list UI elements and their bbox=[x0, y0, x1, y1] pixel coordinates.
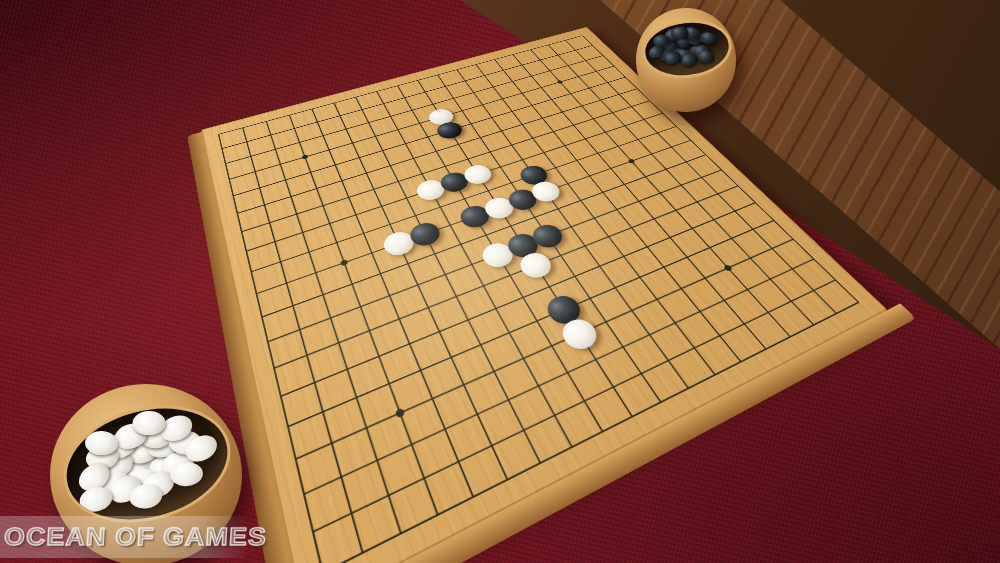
star-point bbox=[627, 158, 635, 163]
star-point bbox=[723, 264, 733, 272]
watermark-text: OCEAN OF GAMES bbox=[0, 523, 268, 552]
black-bowl-stone[interactable] bbox=[697, 50, 715, 63]
star-point bbox=[340, 259, 349, 266]
black-stone-bowl[interactable] bbox=[636, 8, 736, 112]
tabletop-scene: OCEAN OF GAMES bbox=[0, 0, 1000, 563]
black-bowl-stone[interactable] bbox=[699, 31, 718, 45]
star-point bbox=[301, 154, 308, 159]
star-point bbox=[395, 408, 406, 419]
star-point bbox=[557, 80, 564, 84]
watermark: OCEAN OF GAMES bbox=[0, 516, 248, 558]
